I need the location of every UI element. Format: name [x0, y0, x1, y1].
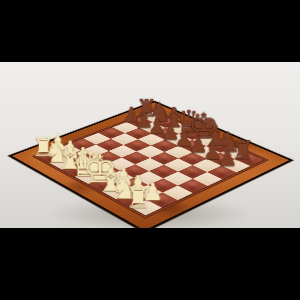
- product-photo: ♜♞♝♛♚♝♞♜♟♟♟♟♟♟♟♟♟♟♟♟♟♟♟♟♜♞♝♛♚♝♞♜: [0, 62, 300, 228]
- image-canvas: ♜♞♝♛♚♝♞♜♟♟♟♟♟♟♟♟♟♟♟♟♟♟♟♟♜♞♝♛♚♝♞♜: [0, 0, 300, 300]
- white-rook-h1: ♜: [125, 183, 147, 212]
- square-h8: ♜: [235, 153, 263, 166]
- black-pawn-h7: ♟: [217, 147, 237, 170]
